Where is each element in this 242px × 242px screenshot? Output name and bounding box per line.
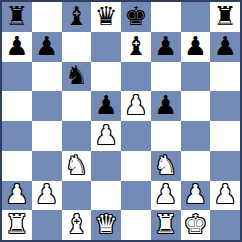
square-a2[interactable]: ♟ [2, 181, 32, 211]
black-bishop-piece: ♝ [124, 33, 147, 59]
square-h5[interactable] [210, 91, 240, 121]
square-e6[interactable] [121, 62, 151, 92]
square-f7[interactable]: ♟ [151, 32, 181, 62]
square-f6[interactable] [151, 62, 181, 92]
square-e5[interactable]: ♟ [121, 91, 151, 121]
square-b1[interactable] [32, 210, 62, 240]
black-pawn-piece: ♟ [94, 92, 117, 118]
square-b6[interactable] [32, 62, 62, 92]
square-g1[interactable]: ♚ [181, 210, 211, 240]
square-f4[interactable] [151, 121, 181, 151]
white-bishop-piece: ♝ [65, 211, 88, 237]
square-d2[interactable] [91, 181, 121, 211]
black-knight-piece: ♞ [65, 62, 88, 88]
white-pawn-piece: ♟ [124, 92, 147, 118]
white-king-piece: ♚ [184, 211, 207, 237]
black-pawn-piece: ♟ [35, 33, 58, 59]
square-g6[interactable] [181, 62, 211, 92]
square-f3[interactable]: ♞ [151, 151, 181, 181]
black-rook-piece: ♜ [5, 3, 28, 29]
black-pawn-piece: ♟ [154, 33, 177, 59]
square-g4[interactable] [181, 121, 211, 151]
square-d7[interactable] [91, 32, 121, 62]
square-h2[interactable]: ♟ [210, 181, 240, 211]
square-e8[interactable]: ♚ [121, 2, 151, 32]
square-g5[interactable] [181, 91, 211, 121]
square-e1[interactable] [121, 210, 151, 240]
square-e4[interactable] [121, 121, 151, 151]
square-g7[interactable]: ♟ [181, 32, 211, 62]
square-h4[interactable] [210, 121, 240, 151]
square-c2[interactable] [62, 181, 92, 211]
white-queen-piece: ♛ [94, 211, 117, 237]
square-f1[interactable]: ♜ [151, 210, 181, 240]
black-king-piece: ♚ [124, 3, 147, 29]
square-c1[interactable]: ♝ [62, 210, 92, 240]
square-c5[interactable] [62, 91, 92, 121]
square-g2[interactable]: ♟ [181, 181, 211, 211]
square-a8[interactable]: ♜ [2, 2, 32, 32]
white-pawn-piece: ♟ [94, 122, 117, 148]
square-a3[interactable] [2, 151, 32, 181]
square-a4[interactable] [2, 121, 32, 151]
square-d1[interactable]: ♛ [91, 210, 121, 240]
square-f2[interactable]: ♟ [151, 181, 181, 211]
square-f5[interactable]: ♟ [151, 91, 181, 121]
square-f8[interactable] [151, 2, 181, 32]
square-e7[interactable]: ♝ [121, 32, 151, 62]
square-d6[interactable] [91, 62, 121, 92]
square-c8[interactable]: ♝ [62, 2, 92, 32]
square-c3[interactable]: ♞ [62, 151, 92, 181]
square-g3[interactable] [181, 151, 211, 181]
white-pawn-piece: ♟ [35, 181, 58, 207]
chess-board: ♜♝♛♚♜♟♟♝♟♟♟♞♟♟♟♟♞♞♟♟♟♟♟♜♝♛♜♚ [2, 2, 240, 240]
square-a6[interactable] [2, 62, 32, 92]
square-c6[interactable]: ♞ [62, 62, 92, 92]
square-h3[interactable] [210, 151, 240, 181]
square-b4[interactable] [32, 121, 62, 151]
white-rook-piece: ♜ [154, 211, 177, 237]
black-pawn-piece: ♟ [213, 33, 236, 59]
black-rook-piece: ♜ [213, 3, 236, 29]
black-bishop-piece: ♝ [65, 3, 88, 29]
black-pawn-piece: ♟ [5, 33, 28, 59]
square-c4[interactable] [62, 121, 92, 151]
square-b2[interactable]: ♟ [32, 181, 62, 211]
chess-board-frame: ♜♝♛♚♜♟♟♝♟♟♟♞♟♟♟♟♞♞♟♟♟♟♟♜♝♛♜♚ [0, 0, 242, 242]
square-b8[interactable] [32, 2, 62, 32]
square-a7[interactable]: ♟ [2, 32, 32, 62]
square-e2[interactable] [121, 181, 151, 211]
white-pawn-piece: ♟ [5, 181, 28, 207]
square-d4[interactable]: ♟ [91, 121, 121, 151]
square-b3[interactable] [32, 151, 62, 181]
white-pawn-piece: ♟ [184, 181, 207, 207]
square-h8[interactable]: ♜ [210, 2, 240, 32]
white-pawn-piece: ♟ [154, 181, 177, 207]
square-h6[interactable] [210, 62, 240, 92]
black-queen-piece: ♛ [94, 3, 117, 29]
black-pawn-piece: ♟ [154, 92, 177, 118]
square-b7[interactable]: ♟ [32, 32, 62, 62]
square-h7[interactable]: ♟ [210, 32, 240, 62]
square-a1[interactable]: ♜ [2, 210, 32, 240]
square-d8[interactable]: ♛ [91, 2, 121, 32]
white-pawn-piece: ♟ [213, 181, 236, 207]
white-knight-piece: ♞ [65, 152, 88, 178]
square-g8[interactable] [181, 2, 211, 32]
square-a5[interactable] [2, 91, 32, 121]
white-rook-piece: ♜ [5, 211, 28, 237]
white-knight-piece: ♞ [154, 152, 177, 178]
square-c7[interactable] [62, 32, 92, 62]
black-pawn-piece: ♟ [184, 33, 207, 59]
square-d5[interactable]: ♟ [91, 91, 121, 121]
square-d3[interactable] [91, 151, 121, 181]
square-b5[interactable] [32, 91, 62, 121]
square-h1[interactable] [210, 210, 240, 240]
square-e3[interactable] [121, 151, 151, 181]
